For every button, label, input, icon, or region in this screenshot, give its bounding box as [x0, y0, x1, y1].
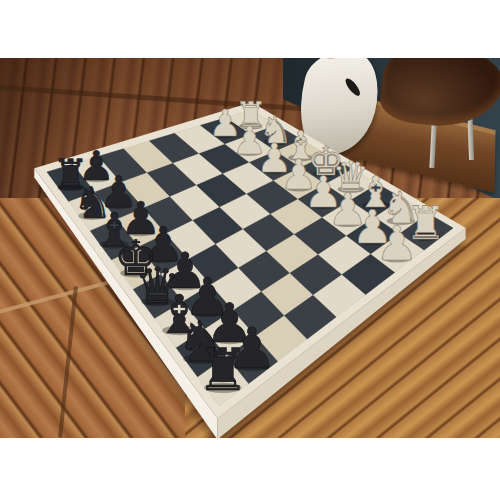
photo-frame: ♜♟♞♟♝♟♚♟♜♟♛♝♟♟♞♞♟♟♜♟♝♟♟♚♟♛♟♝♟♞♟♜ — [0, 0, 500, 500]
chessboard: ♜♟♞♟♝♟♚♟♜♟♛♝♟♟♞♞♟♟♜♟♝♟♟♚♟♛♟♝♟♞♟♜ — [0, 58, 500, 438]
photograph: ♜♟♞♟♝♟♚♟♜♟♛♝♟♟♞♞♟♟♜♟♝♟♟♚♟♛♟♝♟♞♟♜ — [0, 58, 500, 438]
piece-white-pawn-a2: ♟ — [376, 216, 419, 271]
piece-black-rook-a8: ♜ — [197, 336, 249, 404]
